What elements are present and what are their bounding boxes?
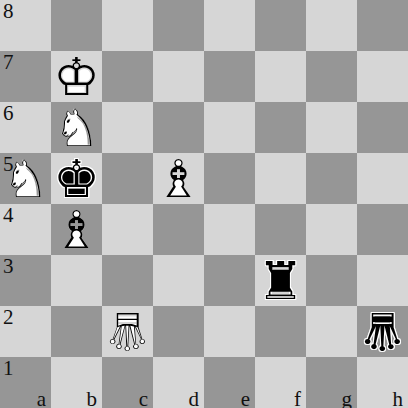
square-g2[interactable] (306, 306, 357, 357)
square-a3[interactable]: 3 (0, 255, 51, 306)
square-g3[interactable] (306, 255, 357, 306)
rank-label-7: 7 (3, 52, 14, 73)
square-e5[interactable] (204, 153, 255, 204)
rank-label-6: 6 (3, 103, 14, 124)
square-c6[interactable] (102, 102, 153, 153)
rank-label-4: 4 (3, 205, 14, 226)
white-knight-glyph: ♘ (0, 153, 51, 204)
square-c3[interactable] (102, 255, 153, 306)
file-label-d: d (189, 389, 200, 408)
square-a2[interactable]: 2 (0, 306, 51, 357)
square-b4[interactable]: ♝♗ (51, 204, 102, 255)
square-d2[interactable] (153, 306, 204, 357)
square-a1[interactable]: 1a (0, 357, 51, 408)
rank-label-1: 1 (3, 358, 14, 379)
square-f5[interactable] (255, 153, 306, 204)
file-label-b: b (87, 389, 98, 408)
square-f1[interactable]: f (255, 357, 306, 408)
square-b1[interactable]: b (51, 357, 102, 408)
square-e6[interactable] (204, 102, 255, 153)
square-e4[interactable] (204, 204, 255, 255)
white-king-piece[interactable]: ♚♔ (51, 51, 102, 102)
square-d3[interactable] (153, 255, 204, 306)
square-b2[interactable] (51, 306, 102, 357)
white-knight-piece[interactable]: ♞♘ (51, 102, 102, 153)
square-d1[interactable]: d (153, 357, 204, 408)
square-g8[interactable] (306, 0, 357, 51)
square-h1[interactable]: h (357, 357, 408, 408)
square-h8[interactable] (357, 0, 408, 51)
square-f2[interactable] (255, 306, 306, 357)
square-c2[interactable]: ♛♕ (102, 306, 153, 357)
square-e1[interactable]: e (204, 357, 255, 408)
square-b3[interactable] (51, 255, 102, 306)
square-b7[interactable]: ♚♔ (51, 51, 102, 102)
white-knight-glyph: ♘ (51, 102, 102, 153)
square-a8[interactable]: 8 (0, 0, 51, 51)
file-label-g: g (342, 389, 353, 408)
square-c8[interactable] (102, 0, 153, 51)
square-d8[interactable] (153, 0, 204, 51)
square-d7[interactable] (153, 51, 204, 102)
square-h7[interactable] (357, 51, 408, 102)
black-king-glyph: ♚ (51, 153, 102, 204)
square-h2[interactable]: ♕♛ (357, 306, 408, 357)
square-h6[interactable] (357, 102, 408, 153)
black-king-piece[interactable]: ♔♚ (51, 153, 102, 204)
square-h5[interactable] (357, 153, 408, 204)
square-g7[interactable] (306, 51, 357, 102)
rank-label-3: 3 (3, 256, 14, 277)
square-g1[interactable]: g (306, 357, 357, 408)
square-a7[interactable]: 7 (0, 51, 51, 102)
square-a6[interactable]: 6 (0, 102, 51, 153)
black-grasshopper-glyph: ♛ (357, 306, 408, 357)
square-e2[interactable] (204, 306, 255, 357)
square-b6[interactable]: ♞♘ (51, 102, 102, 153)
white-bishop-glyph: ♗ (153, 153, 204, 204)
square-g5[interactable] (306, 153, 357, 204)
white-grasshopper-glyph: ♕ (102, 306, 153, 357)
white-knight-piece[interactable]: ♞♘ (0, 153, 51, 204)
square-c5[interactable] (102, 153, 153, 204)
square-f4[interactable] (255, 204, 306, 255)
file-label-f: f (294, 389, 301, 408)
chessboard-diagram: 87♚♔6♞♘5♞♘♔♚♝♗4♝♗3♖♜2♛♕♕♛1abcdefgh (0, 0, 408, 408)
square-f3[interactable]: ♖♜ (255, 255, 306, 306)
file-label-h: h (393, 389, 404, 408)
square-d6[interactable] (153, 102, 204, 153)
file-label-e: e (241, 389, 250, 408)
square-f7[interactable] (255, 51, 306, 102)
square-e3[interactable] (204, 255, 255, 306)
square-c4[interactable] (102, 204, 153, 255)
white-king-glyph: ♔ (51, 51, 102, 102)
white-grasshopper-piece[interactable]: ♛♕ (102, 306, 153, 357)
square-g4[interactable] (306, 204, 357, 255)
file-label-c: c (139, 389, 148, 408)
square-f8[interactable] (255, 0, 306, 51)
square-b8[interactable] (51, 0, 102, 51)
white-bishop-piece[interactable]: ♝♗ (51, 204, 102, 255)
square-e8[interactable] (204, 0, 255, 51)
square-e7[interactable] (204, 51, 255, 102)
square-b5[interactable]: ♔♚ (51, 153, 102, 204)
square-f6[interactable] (255, 102, 306, 153)
square-g6[interactable] (306, 102, 357, 153)
square-h4[interactable] (357, 204, 408, 255)
square-h3[interactable] (357, 255, 408, 306)
white-bishop-glyph: ♗ (51, 204, 102, 255)
square-d5[interactable]: ♝♗ (153, 153, 204, 204)
rank-label-2: 2 (3, 307, 14, 328)
square-c7[interactable] (102, 51, 153, 102)
file-label-a: a (37, 389, 46, 408)
square-c1[interactable]: c (102, 357, 153, 408)
square-a4[interactable]: 4 (0, 204, 51, 255)
white-bishop-piece[interactable]: ♝♗ (153, 153, 204, 204)
black-rook-piece[interactable]: ♖♜ (255, 255, 306, 306)
rank-label-8: 8 (3, 1, 14, 22)
chess-board: 87♚♔6♞♘5♞♘♔♚♝♗4♝♗3♖♜2♛♕♕♛1abcdefgh (0, 0, 408, 408)
black-rook-glyph: ♜ (255, 255, 306, 306)
square-a5[interactable]: 5♞♘ (0, 153, 51, 204)
black-grasshopper-piece[interactable]: ♕♛ (357, 306, 408, 357)
square-d4[interactable] (153, 204, 204, 255)
